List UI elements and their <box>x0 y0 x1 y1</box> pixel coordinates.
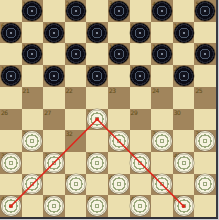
square-number-21: 21 <box>23 87 30 94</box>
white-man-40[interactable] <box>174 153 194 173</box>
black-man-11[interactable] <box>22 44 42 64</box>
square-26[interactable]: 26 <box>0 109 22 131</box>
light-square <box>65 22 87 44</box>
black-man-3[interactable] <box>109 1 129 21</box>
square-number-22: 22 <box>66 87 73 94</box>
light-square <box>86 0 108 22</box>
light-square <box>151 22 173 44</box>
square-29[interactable]: 29 <box>130 109 152 131</box>
black-man-14[interactable] <box>152 44 172 64</box>
light-square <box>0 87 22 109</box>
square-22[interactable]: 22 <box>65 87 87 109</box>
light-square <box>151 152 173 174</box>
square-36[interactable]: 36 <box>0 152 22 174</box>
square-14[interactable]: 14 <box>151 43 173 65</box>
light-square <box>22 22 44 44</box>
black-man-13[interactable] <box>109 44 129 64</box>
square-number-26: 26 <box>1 109 8 116</box>
square-9[interactable]: 9 <box>130 22 152 44</box>
square-13[interactable]: 13 <box>108 43 130 65</box>
light-square <box>108 109 130 131</box>
square-number-29: 29 <box>131 109 138 116</box>
square-31[interactable]: 31 <box>22 130 44 152</box>
black-man-10[interactable] <box>174 23 194 43</box>
black-man-15[interactable] <box>195 44 215 64</box>
light-square <box>22 65 44 87</box>
light-square <box>43 0 65 22</box>
black-man-6[interactable] <box>1 23 21 43</box>
light-square <box>0 0 22 22</box>
square-7[interactable]: 7 <box>43 22 65 44</box>
square-30[interactable]: 30 <box>173 109 195 131</box>
light-square <box>108 22 130 44</box>
square-6[interactable]: 6 <box>0 22 22 44</box>
light-square <box>151 195 173 217</box>
light-square <box>22 109 44 131</box>
square-number-30: 30 <box>174 109 181 116</box>
white-man-46[interactable] <box>1 196 21 216</box>
square-32[interactable]: 32 <box>65 130 87 152</box>
square-8[interactable]: 8 <box>86 22 108 44</box>
square-47[interactable]: 47 <box>43 195 65 217</box>
light-square <box>65 152 87 174</box>
light-square <box>0 130 22 152</box>
square-number-24: 24 <box>152 87 159 94</box>
light-square <box>151 109 173 131</box>
white-man-34[interactable] <box>152 131 172 151</box>
light-square <box>173 174 195 196</box>
light-square <box>65 195 87 217</box>
light-square <box>173 0 195 22</box>
square-1[interactable]: 1 <box>22 0 44 22</box>
black-man-18[interactable] <box>87 66 107 86</box>
white-man-39[interactable] <box>130 153 150 173</box>
black-man-8[interactable] <box>87 23 107 43</box>
light-square <box>86 43 108 65</box>
light-square <box>173 43 195 65</box>
square-39[interactable]: 39 <box>130 152 152 174</box>
light-square <box>65 109 87 131</box>
white-man-35[interactable] <box>195 131 215 151</box>
light-square <box>86 130 108 152</box>
light-square <box>130 174 152 196</box>
white-man-38[interactable] <box>87 153 107 173</box>
square-28[interactable]: 28 <box>86 109 108 131</box>
square-24[interactable]: 24 <box>151 87 173 109</box>
square-40[interactable]: 40 <box>173 152 195 174</box>
square-48[interactable]: 48 <box>86 195 108 217</box>
black-man-7[interactable] <box>44 23 64 43</box>
white-man-42[interactable] <box>66 174 86 194</box>
white-man-44[interactable] <box>152 174 172 194</box>
square-23[interactable]: 23 <box>108 87 130 109</box>
square-42[interactable]: 42 <box>65 174 87 196</box>
light-square <box>43 43 65 65</box>
light-square <box>108 195 130 217</box>
light-square <box>108 65 130 87</box>
light-square <box>108 152 130 174</box>
light-square <box>65 65 87 87</box>
black-man-4[interactable] <box>152 1 172 21</box>
white-man-47[interactable] <box>44 196 64 216</box>
square-38[interactable]: 38 <box>86 152 108 174</box>
white-man-36[interactable] <box>1 153 21 173</box>
square-37[interactable]: 37 <box>43 152 65 174</box>
square-35[interactable]: 35 <box>194 130 216 152</box>
white-man-31[interactable] <box>22 131 42 151</box>
light-square <box>43 130 65 152</box>
square-number-27: 27 <box>44 109 51 116</box>
square-50[interactable]: 50 <box>173 195 195 217</box>
black-man-2[interactable] <box>66 1 86 21</box>
white-man-45[interactable] <box>195 174 215 194</box>
square-20[interactable]: 20 <box>173 65 195 87</box>
light-square <box>173 87 195 109</box>
square-43[interactable]: 43 <box>108 174 130 196</box>
black-man-1[interactable] <box>22 1 42 21</box>
black-man-16[interactable] <box>1 66 21 86</box>
square-4[interactable]: 4 <box>151 0 173 22</box>
light-square <box>130 87 152 109</box>
black-man-9[interactable] <box>130 23 150 43</box>
light-square <box>151 65 173 87</box>
square-5[interactable]: 5 <box>194 0 216 22</box>
black-man-19[interactable] <box>130 66 150 86</box>
light-square <box>173 130 195 152</box>
light-square <box>194 22 216 44</box>
square-10[interactable]: 10 <box>173 22 195 44</box>
black-man-20[interactable] <box>174 66 194 86</box>
light-square <box>130 43 152 65</box>
square-25[interactable]: 25 <box>194 87 216 109</box>
black-man-17[interactable] <box>44 66 64 86</box>
square-46[interactable]: 46 <box>0 195 22 217</box>
square-number-25: 25 <box>195 87 202 94</box>
black-man-12[interactable] <box>66 44 86 64</box>
light-square <box>43 87 65 109</box>
square-49[interactable]: 49 <box>130 195 152 217</box>
white-man-49[interactable] <box>130 196 150 216</box>
square-44[interactable]: 44 <box>151 174 173 196</box>
light-square <box>130 0 152 22</box>
black-man-5[interactable] <box>195 1 215 21</box>
square-15[interactable]: 15 <box>194 43 216 65</box>
square-33[interactable]: 33 <box>108 130 130 152</box>
square-27[interactable]: 27 <box>43 109 65 131</box>
white-man-41[interactable] <box>22 174 42 194</box>
white-man-43[interactable] <box>109 174 129 194</box>
light-square <box>194 152 216 174</box>
square-18[interactable]: 18 <box>86 65 108 87</box>
square-3[interactable]: 3 <box>108 0 130 22</box>
white-man-37[interactable] <box>44 153 64 173</box>
light-square <box>194 65 216 87</box>
light-square <box>86 87 108 109</box>
light-square <box>86 174 108 196</box>
square-19[interactable]: 19 <box>130 65 152 87</box>
square-number-23: 23 <box>109 87 116 94</box>
light-square <box>0 43 22 65</box>
white-man-28[interactable] <box>87 109 107 129</box>
square-16[interactable]: 16 <box>0 65 22 87</box>
square-34[interactable]: 34 <box>151 130 173 152</box>
white-man-33[interactable] <box>109 131 129 151</box>
light-square <box>22 195 44 217</box>
square-number-32: 32 <box>66 130 73 137</box>
white-man-50[interactable] <box>174 196 194 216</box>
square-17[interactable]: 17 <box>43 65 65 87</box>
light-square <box>22 152 44 174</box>
square-12[interactable]: 12 <box>65 43 87 65</box>
light-square <box>43 174 65 196</box>
square-45[interactable]: 45 <box>194 174 216 196</box>
square-11[interactable]: 11 <box>22 43 44 65</box>
white-man-48[interactable] <box>87 196 107 216</box>
square-41[interactable]: 41 <box>22 174 44 196</box>
draughts-board: 1234567891011121314151617181920212223242… <box>0 0 218 219</box>
light-square <box>194 109 216 131</box>
light-square <box>194 195 216 217</box>
square-21[interactable]: 21 <box>22 87 44 109</box>
light-square <box>0 174 22 196</box>
light-square <box>130 130 152 152</box>
square-2[interactable]: 2 <box>65 0 87 22</box>
